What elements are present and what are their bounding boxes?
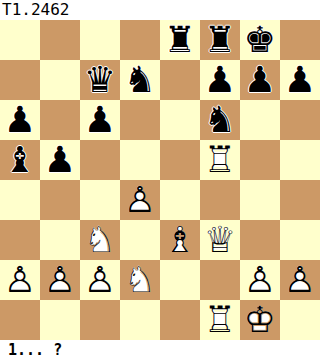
square-d1[interactable]	[120, 300, 160, 340]
square-f3[interactable]: ♛♕	[200, 220, 240, 260]
move-prompt-label: 1... ?	[0, 340, 320, 360]
square-c4[interactable]	[80, 180, 120, 220]
piece-outline: ♙	[120, 180, 160, 220]
square-h3[interactable]	[280, 220, 320, 260]
square-e4[interactable]	[160, 180, 200, 220]
piece-outline: ♘	[120, 260, 160, 300]
square-e5[interactable]	[160, 140, 200, 180]
square-b8[interactable]	[40, 20, 80, 60]
square-d2[interactable]: ♞♘	[120, 260, 160, 300]
square-e2[interactable]	[160, 260, 200, 300]
square-b3[interactable]	[40, 220, 80, 260]
square-g4[interactable]	[240, 180, 280, 220]
square-b5[interactable]: ♟	[40, 140, 80, 180]
square-d3[interactable]	[120, 220, 160, 260]
square-d5[interactable]	[120, 140, 160, 180]
square-g1[interactable]: ♚♔	[240, 300, 280, 340]
square-f6[interactable]: ♞	[200, 100, 240, 140]
square-c2[interactable]: ♟♙	[80, 260, 120, 300]
square-a2[interactable]: ♟♙	[0, 260, 40, 300]
white-king[interactable]: ♚♔	[240, 300, 280, 340]
black-queen[interactable]: ♛	[80, 60, 120, 100]
piece-outline: ♕	[200, 220, 240, 260]
chess-puzzle-window: T1.2462 ♜♜♚♛♞♟♟♟♟♟♞♝♟♜♖♟♙♞♘♝♗♛♕♟♙♟♙♟♙♞♘♟…	[0, 0, 320, 360]
black-pawn[interactable]: ♟	[240, 60, 280, 100]
square-a4[interactable]	[0, 180, 40, 220]
piece-outline: ♗	[160, 220, 200, 260]
square-f1[interactable]: ♜♖	[200, 300, 240, 340]
square-a3[interactable]	[0, 220, 40, 260]
square-c6[interactable]: ♟	[80, 100, 120, 140]
black-rook[interactable]: ♜	[200, 20, 240, 60]
black-knight[interactable]: ♞	[200, 100, 240, 140]
white-pawn[interactable]: ♟♙	[120, 180, 160, 220]
black-knight[interactable]: ♞	[120, 60, 160, 100]
square-e3[interactable]: ♝♗	[160, 220, 200, 260]
square-d8[interactable]	[120, 20, 160, 60]
piece-outline: ♙	[40, 260, 80, 300]
square-a1[interactable]	[0, 300, 40, 340]
piece-outline: ♙	[0, 260, 40, 300]
piece-outline: ♘	[80, 220, 120, 260]
piece-outline: ♙	[280, 260, 320, 300]
square-c7[interactable]: ♛	[80, 60, 120, 100]
square-e6[interactable]	[160, 100, 200, 140]
white-pawn[interactable]: ♟♙	[0, 260, 40, 300]
square-c1[interactable]	[80, 300, 120, 340]
square-h1[interactable]	[280, 300, 320, 340]
square-h2[interactable]: ♟♙	[280, 260, 320, 300]
white-pawn[interactable]: ♟♙	[280, 260, 320, 300]
piece-outline: ♙	[80, 260, 120, 300]
black-pawn[interactable]: ♟	[80, 100, 120, 140]
piece-outline: ♖	[200, 140, 240, 180]
square-h7[interactable]: ♟	[280, 60, 320, 100]
black-pawn[interactable]: ♟	[40, 140, 80, 180]
white-pawn[interactable]: ♟♙	[240, 260, 280, 300]
black-bishop[interactable]: ♝	[0, 140, 40, 180]
square-h8[interactable]	[280, 20, 320, 60]
square-f2[interactable]	[200, 260, 240, 300]
square-b1[interactable]	[40, 300, 80, 340]
square-g8[interactable]: ♚	[240, 20, 280, 60]
square-g5[interactable]	[240, 140, 280, 180]
puzzle-id-label: T1.2462	[0, 0, 320, 20]
square-h6[interactable]	[280, 100, 320, 140]
square-b4[interactable]	[40, 180, 80, 220]
square-f7[interactable]: ♟	[200, 60, 240, 100]
square-a6[interactable]: ♟	[0, 100, 40, 140]
square-b2[interactable]: ♟♙	[40, 260, 80, 300]
white-pawn[interactable]: ♟♙	[80, 260, 120, 300]
square-d6[interactable]	[120, 100, 160, 140]
black-rook[interactable]: ♜	[160, 20, 200, 60]
white-pawn[interactable]: ♟♙	[40, 260, 80, 300]
white-queen[interactable]: ♛♕	[200, 220, 240, 260]
piece-outline: ♔	[240, 300, 280, 340]
white-rook[interactable]: ♜♖	[200, 140, 240, 180]
square-f5[interactable]: ♜♖	[200, 140, 240, 180]
black-king[interactable]: ♚	[240, 20, 280, 60]
square-a5[interactable]: ♝	[0, 140, 40, 180]
square-f8[interactable]: ♜	[200, 20, 240, 60]
black-pawn[interactable]: ♟	[200, 60, 240, 100]
white-knight[interactable]: ♞♘	[80, 220, 120, 260]
square-h4[interactable]	[280, 180, 320, 220]
square-g6[interactable]	[240, 100, 280, 140]
square-d7[interactable]: ♞	[120, 60, 160, 100]
black-pawn[interactable]: ♟	[0, 100, 40, 140]
square-a8[interactable]	[0, 20, 40, 60]
square-h5[interactable]	[280, 140, 320, 180]
square-b7[interactable]	[40, 60, 80, 100]
piece-outline: ♙	[240, 260, 280, 300]
square-g2[interactable]: ♟♙	[240, 260, 280, 300]
square-e1[interactable]	[160, 300, 200, 340]
square-e8[interactable]: ♜	[160, 20, 200, 60]
square-c8[interactable]	[80, 20, 120, 60]
square-g7[interactable]: ♟	[240, 60, 280, 100]
square-a7[interactable]	[0, 60, 40, 100]
square-b6[interactable]	[40, 100, 80, 140]
chess-board: ♜♜♚♛♞♟♟♟♟♟♞♝♟♜♖♟♙♞♘♝♗♛♕♟♙♟♙♟♙♞♘♟♙♟♙♜♖♚♔	[0, 20, 320, 340]
square-e7[interactable]	[160, 60, 200, 100]
square-f4[interactable]	[200, 180, 240, 220]
white-bishop[interactable]: ♝♗	[160, 220, 200, 260]
piece-outline: ♖	[200, 300, 240, 340]
square-c3[interactable]: ♞♘	[80, 220, 120, 260]
white-knight[interactable]: ♞♘	[120, 260, 160, 300]
white-rook[interactable]: ♜♖	[200, 300, 240, 340]
square-d4[interactable]: ♟♙	[120, 180, 160, 220]
square-c5[interactable]	[80, 140, 120, 180]
square-g3[interactable]	[240, 220, 280, 260]
black-pawn[interactable]: ♟	[280, 60, 320, 100]
